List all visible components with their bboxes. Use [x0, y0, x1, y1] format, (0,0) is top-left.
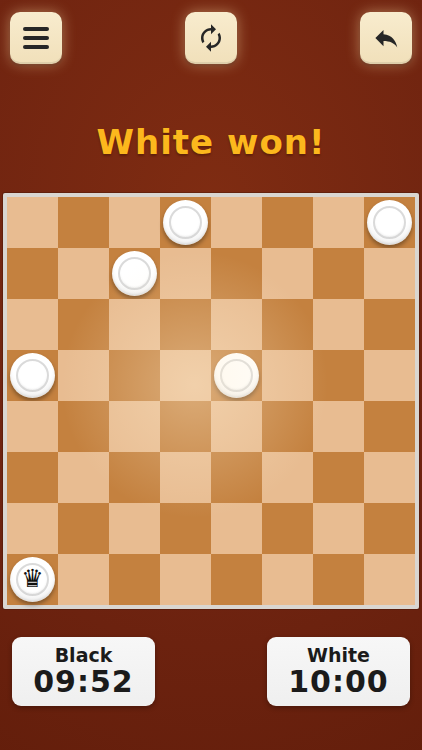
board-cell-r0c0[interactable]	[7, 197, 58, 248]
board-cell-r6c4[interactable]	[211, 503, 262, 554]
board-cell-r4c0[interactable]	[7, 401, 58, 452]
board-cell-r2c6[interactable]	[313, 299, 364, 350]
board-cell-r7c4[interactable]	[211, 554, 262, 605]
black-time: 09:52	[33, 665, 134, 698]
board-cell-r7c0[interactable]: ♛	[7, 554, 58, 605]
board-grid: ♛	[7, 197, 415, 605]
hamburger-icon	[23, 27, 49, 49]
board-cell-r1c4[interactable]	[211, 248, 262, 299]
board-cell-r6c7[interactable]	[364, 503, 415, 554]
board-cell-r2c1[interactable]	[58, 299, 109, 350]
board-cell-r2c3[interactable]	[160, 299, 211, 350]
board-cell-r3c6[interactable]	[313, 350, 364, 401]
board-cell-r2c5[interactable]	[262, 299, 313, 350]
board-cell-r3c4[interactable]	[211, 350, 262, 401]
board-cell-r1c0[interactable]	[7, 248, 58, 299]
board-cell-r1c7[interactable]	[364, 248, 415, 299]
board-cell-r4c1[interactable]	[58, 401, 109, 452]
game-result-title: White won!	[0, 122, 422, 162]
board-cell-r2c4[interactable]	[211, 299, 262, 350]
board-cell-r3c5[interactable]	[262, 350, 313, 401]
undo-button[interactable]	[360, 12, 412, 64]
board-cell-r0c5[interactable]	[262, 197, 313, 248]
refresh-icon	[196, 23, 226, 53]
board-cell-r3c2[interactable]	[109, 350, 160, 401]
board-cell-r6c3[interactable]	[160, 503, 211, 554]
board-cell-r0c6[interactable]	[313, 197, 364, 248]
board-cell-r7c6[interactable]	[313, 554, 364, 605]
white-king-piece[interactable]: ♛	[10, 557, 55, 602]
board-cell-r1c1[interactable]	[58, 248, 109, 299]
board-cell-r6c1[interactable]	[58, 503, 109, 554]
board-cell-r4c6[interactable]	[313, 401, 364, 452]
white-man-piece[interactable]	[367, 200, 412, 245]
board-cell-r3c3[interactable]	[160, 350, 211, 401]
board-cell-r2c0[interactable]	[7, 299, 58, 350]
board-cell-r0c7[interactable]	[364, 197, 415, 248]
board-cell-r7c5[interactable]	[262, 554, 313, 605]
board-cell-r4c5[interactable]	[262, 401, 313, 452]
white-man-piece[interactable]	[10, 353, 55, 398]
white-time: 10:00	[288, 665, 389, 698]
board-cell-r3c1[interactable]	[58, 350, 109, 401]
board-cell-r3c7[interactable]	[364, 350, 415, 401]
board-cell-r7c2[interactable]	[109, 554, 160, 605]
white-clock-panel: White 10:00	[267, 637, 410, 706]
board-cell-r1c3[interactable]	[160, 248, 211, 299]
white-man-piece[interactable]	[163, 200, 208, 245]
board-cell-r2c2[interactable]	[109, 299, 160, 350]
board-cell-r7c7[interactable]	[364, 554, 415, 605]
board-cell-r1c6[interactable]	[313, 248, 364, 299]
board-cell-r6c0[interactable]	[7, 503, 58, 554]
menu-button[interactable]	[10, 12, 62, 64]
board-cell-r0c1[interactable]	[58, 197, 109, 248]
board-cell-r1c5[interactable]	[262, 248, 313, 299]
board-cell-r5c1[interactable]	[58, 452, 109, 503]
board-cell-r5c3[interactable]	[160, 452, 211, 503]
board-cell-r6c6[interactable]	[313, 503, 364, 554]
board-cell-r4c3[interactable]	[160, 401, 211, 452]
board-cell-r3c0[interactable]	[7, 350, 58, 401]
board-cell-r7c1[interactable]	[58, 554, 109, 605]
white-man-piece[interactable]	[112, 251, 157, 296]
white-player-label: White	[307, 645, 370, 666]
board-cell-r5c6[interactable]	[313, 452, 364, 503]
board-cell-r5c0[interactable]	[7, 452, 58, 503]
board-cell-r2c7[interactable]	[364, 299, 415, 350]
board-cell-r4c2[interactable]	[109, 401, 160, 452]
board-cell-r0c4[interactable]	[211, 197, 262, 248]
board-cell-r5c2[interactable]	[109, 452, 160, 503]
app-screen: White won! ♛ Black 09:52 White 10:00	[0, 0, 422, 750]
board-cell-r6c5[interactable]	[262, 503, 313, 554]
board-cell-r7c3[interactable]	[160, 554, 211, 605]
board-cell-r0c2[interactable]	[109, 197, 160, 248]
crown-icon: ♛	[21, 566, 43, 591]
board-cell-r5c7[interactable]	[364, 452, 415, 503]
checkers-board: ♛	[3, 193, 419, 609]
board-cell-r0c3[interactable]	[160, 197, 211, 248]
restart-button[interactable]	[185, 12, 237, 64]
black-clock-panel: Black 09:52	[12, 637, 155, 706]
board-cell-r5c4[interactable]	[211, 452, 262, 503]
black-player-label: Black	[55, 645, 113, 666]
board-cell-r5c5[interactable]	[262, 452, 313, 503]
board-cell-r4c7[interactable]	[364, 401, 415, 452]
undo-arrow-icon	[371, 23, 401, 53]
board-cell-r4c4[interactable]	[211, 401, 262, 452]
board-cell-r6c2[interactable]	[109, 503, 160, 554]
board-cell-r1c2[interactable]	[109, 248, 160, 299]
white-man-piece[interactable]	[214, 353, 259, 398]
